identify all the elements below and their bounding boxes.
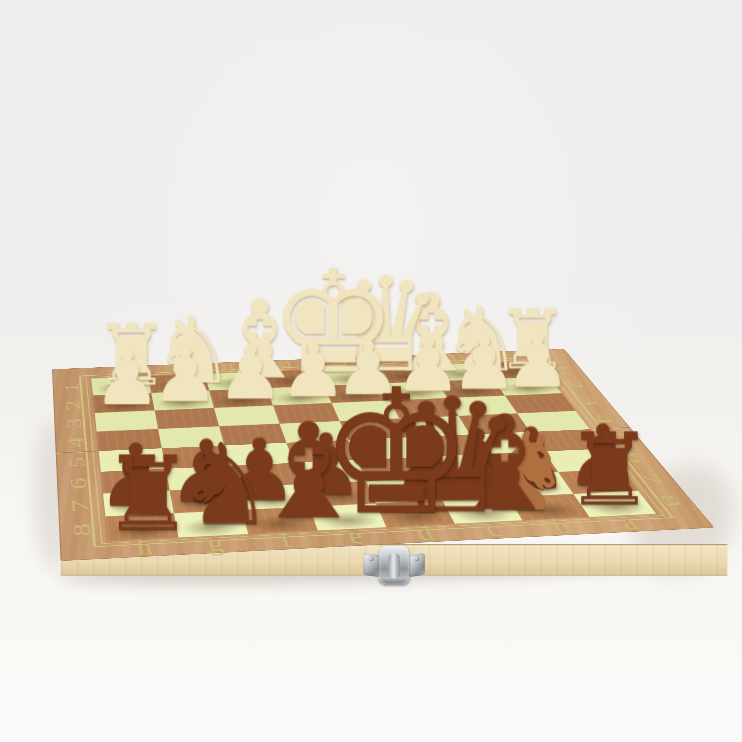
white-pawn[interactable]: ♟ xyxy=(93,340,153,415)
black-rook[interactable]: ♜ xyxy=(102,442,173,545)
metal-clasp-icon xyxy=(362,546,426,587)
rank-label-left-2: 2 xyxy=(58,392,89,419)
clasp-roller xyxy=(388,553,399,578)
product-photo-scene: 1122334455667788hhggffeeddccbbaa ♜♞♝♚♛♝♞… xyxy=(0,0,742,742)
square-a8[interactable]: ♜ xyxy=(573,491,656,517)
black-king[interactable]: ♚ xyxy=(319,367,389,540)
square-h2[interactable]: ♟ xyxy=(93,393,155,413)
clasp-screw-icon xyxy=(415,557,420,562)
square-h8[interactable]: ♜ xyxy=(105,513,178,541)
rank-label-left-7: 7 xyxy=(63,489,98,524)
rank-label-left-6: 6 xyxy=(62,467,96,500)
rank-label-left-3: 3 xyxy=(59,409,90,437)
clasp-screw-icon xyxy=(369,557,374,562)
chess-board: 1122334455667788hhggffeeddccbbaa ♜♞♝♚♛♝♞… xyxy=(52,349,715,561)
clasp-body xyxy=(379,546,409,584)
square-e8[interactable]: ♚ xyxy=(309,503,386,530)
rank-label-left-1: 1 xyxy=(57,375,87,401)
black-rook[interactable]: ♜ xyxy=(565,420,634,520)
rank-label-left-5: 5 xyxy=(61,447,94,478)
rank-label-left-4: 4 xyxy=(60,428,92,458)
